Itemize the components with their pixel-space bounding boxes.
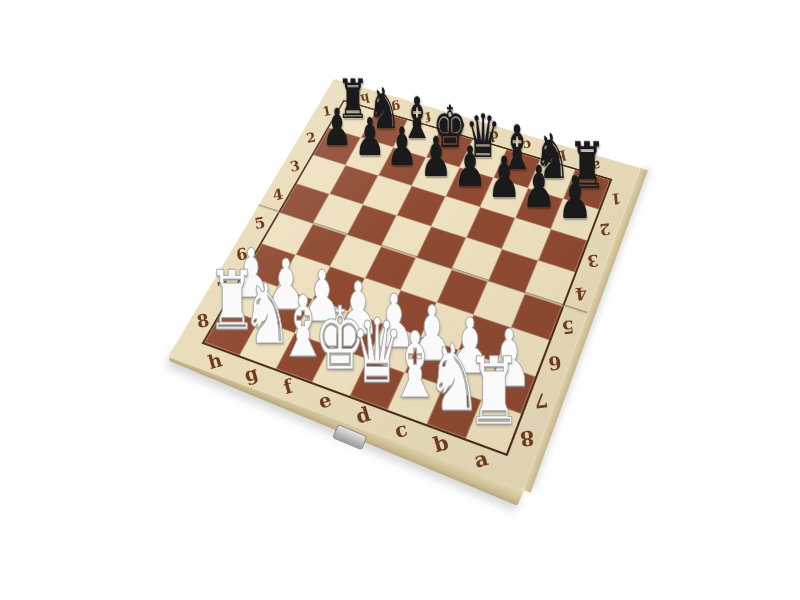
white-rook-a8[interactable]: ♜ — [466, 345, 522, 439]
black-pawn-a2[interactable]: ♟ — [557, 169, 592, 228]
chess-set-photo: 1122334455667788hhggffeeddccbbaa ♜♞♝♚♛♝♞… — [0, 0, 800, 600]
black-pawn-c2[interactable]: ♟ — [487, 149, 521, 206]
black-pawn-f2[interactable]: ♟ — [387, 121, 418, 174]
black-pawn-d2[interactable]: ♟ — [453, 139, 486, 195]
black-pawn-e2[interactable]: ♟ — [420, 129, 453, 184]
black-pawn-h2[interactable]: ♟ — [322, 102, 352, 153]
pieces-layer: ♜♞♝♚♛♝♞♜♟♟♟♟♟♟♟♟♟♟♟♟♟♟♟♟♜♞♝♚♛♝♞♜ — [0, 0, 800, 600]
black-pawn-b2[interactable]: ♟ — [522, 158, 556, 216]
black-pawn-g2[interactable]: ♟ — [354, 111, 385, 163]
